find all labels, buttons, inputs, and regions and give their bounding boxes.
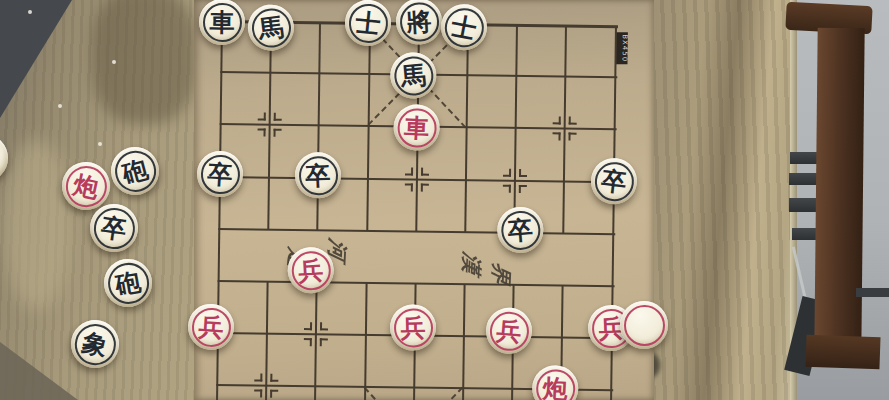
grid-line (310, 322, 312, 330)
grid-line (320, 338, 322, 346)
piece-character: 車 (209, 9, 234, 34)
soldier-red[interactable]: 兵 (484, 306, 534, 356)
horse-black[interactable]: 馬 (245, 2, 296, 53)
xiangqi-photo-scene: BX450 楚河 漢界 車馬士將士馬車卒卒卒卒兵兵兵兵兵炮 炮砲卒砲象 (0, 0, 889, 400)
grid-line (366, 24, 371, 231)
paint-speck (112, 60, 116, 64)
grid-line (461, 284, 466, 400)
cannon-red[interactable]: 炮 (531, 364, 579, 400)
grid-line (264, 282, 269, 400)
piece-character: 將 (406, 8, 432, 34)
grid-line (274, 129, 276, 137)
grid-line (411, 167, 413, 175)
paint-speck (58, 104, 62, 108)
piece-character: 卒 (305, 162, 331, 188)
table-surface-right (652, 0, 798, 400)
piece-character: 砲 (120, 156, 151, 187)
piece-character: 兵 (495, 317, 522, 344)
board-brand-stamp: BX450 (615, 32, 627, 64)
grid-line (513, 26, 518, 233)
piece-character: 兵 (198, 314, 225, 341)
grid-line (559, 116, 561, 124)
xiangqi-board-paper: BX450 楚河 漢界 車馬士將士馬車卒卒卒卒兵兵兵兵兵炮 (194, 0, 654, 400)
grid-line (519, 169, 521, 177)
grid-line (313, 282, 318, 400)
river-character: 漢 (457, 250, 486, 277)
soldier-red[interactable]: 兵 (187, 302, 236, 351)
piece-character: 兵 (298, 257, 324, 283)
piece-character: 砲 (114, 269, 143, 298)
grid-line (320, 322, 322, 330)
grid-line (568, 133, 570, 141)
piece-character: 車 (404, 114, 430, 140)
piece-character: 炮 (71, 171, 101, 201)
grid-line (363, 283, 368, 400)
grid-line (562, 26, 567, 233)
piece-character: 士 (449, 13, 478, 42)
piece-character: 卒 (507, 217, 534, 244)
soldier-black[interactable]: 卒 (294, 151, 342, 199)
soldier-black[interactable]: 卒 (496, 205, 545, 254)
grid-line (569, 117, 571, 125)
grid-line (267, 23, 272, 230)
grid-line (411, 183, 413, 191)
grid-line (260, 390, 262, 398)
grid-line (509, 185, 511, 193)
chariot-red[interactable]: 車 (393, 103, 441, 151)
chair-lower-bar (805, 335, 880, 370)
piece-character: 卒 (207, 161, 234, 188)
chair-rod (856, 288, 889, 297)
grid-line (270, 390, 272, 398)
grid-line (421, 184, 423, 192)
piece-ring (624, 305, 665, 346)
grid-line (260, 374, 262, 382)
piece-character: 卒 (600, 167, 628, 195)
grid-line (509, 169, 511, 177)
piece-character: 馬 (257, 14, 285, 42)
grid-line (310, 338, 312, 346)
grid-line (316, 23, 321, 230)
horse-black[interactable]: 馬 (388, 51, 438, 101)
chair-back-post (814, 28, 864, 352)
grid-line (519, 185, 521, 193)
grid-line (421, 168, 423, 176)
piece-character: 士 (354, 9, 381, 36)
general-black[interactable]: 將 (395, 0, 444, 46)
soldier-red[interactable]: 兵 (390, 304, 437, 351)
wood-highlight (2, 140, 72, 310)
wood-stain (92, 0, 196, 124)
piece-character: 馬 (400, 62, 427, 89)
grid-line (558, 132, 560, 140)
paint-speck (28, 10, 32, 14)
piece-character: 卒 (100, 214, 128, 242)
grid-line (264, 113, 266, 121)
chariot-black[interactable]: 車 (199, 0, 246, 45)
grid-line (264, 129, 266, 137)
soldier-black[interactable]: 卒 (588, 156, 639, 207)
grid-line (270, 374, 272, 382)
piece-character: 炮 (542, 375, 568, 400)
soldier-black[interactable]: 卒 (196, 150, 245, 199)
piece-character: 兵 (400, 315, 426, 341)
xiangqi-board: BX450 楚河 漢界 車馬士將士馬車卒卒卒卒兵兵兵兵兵炮 (189, 0, 654, 400)
red-piece-cut-off-right-edge-red[interactable] (620, 301, 668, 349)
paint-speck (98, 142, 102, 146)
grid-line (274, 113, 276, 121)
